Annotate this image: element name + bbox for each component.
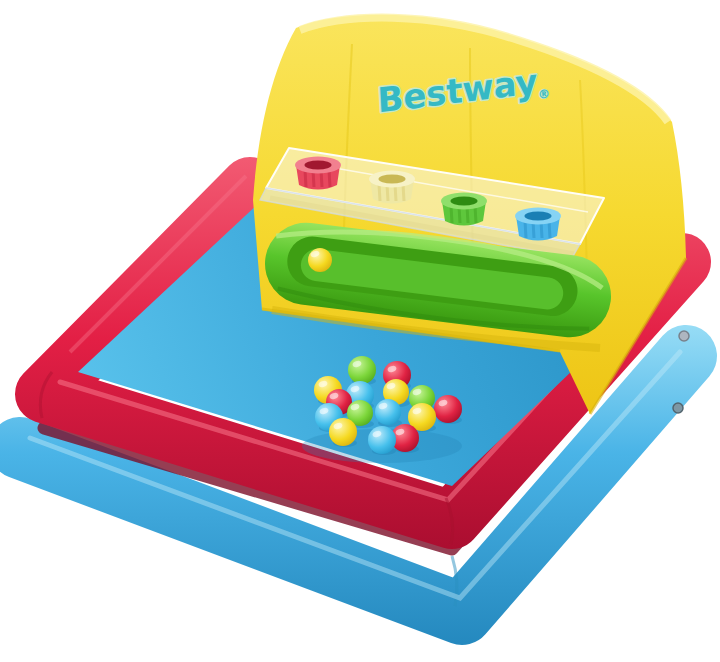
cup-opening bbox=[525, 212, 552, 221]
ramp-ball bbox=[308, 248, 332, 272]
yellow-cup bbox=[369, 171, 415, 204]
red-cup bbox=[295, 157, 341, 190]
ball-yellow bbox=[308, 248, 332, 272]
ball-blue bbox=[368, 426, 396, 454]
red-ring-valve bbox=[679, 331, 689, 341]
cup-flute bbox=[549, 221, 550, 238]
cup-opening bbox=[305, 161, 332, 170]
cup-flute bbox=[403, 184, 404, 201]
cup-flute bbox=[329, 170, 330, 187]
ball-yellow bbox=[329, 418, 357, 446]
cup-flute bbox=[525, 221, 526, 238]
ball-blue bbox=[375, 399, 401, 425]
ball-pit-pool-illustration: Bestway® bbox=[0, 0, 720, 662]
cup-opening bbox=[451, 197, 478, 206]
cup-flute bbox=[379, 184, 380, 201]
blue-ring-valve bbox=[673, 403, 683, 413]
green-cup bbox=[441, 193, 487, 226]
ball-red bbox=[434, 395, 462, 423]
blue-cup bbox=[515, 208, 561, 241]
cup-opening bbox=[379, 175, 406, 184]
ball-green bbox=[348, 356, 376, 384]
cup-flute bbox=[475, 206, 476, 223]
cup-flute bbox=[451, 206, 452, 223]
cup-flute bbox=[305, 170, 306, 187]
product-photo-stage: Bestway® bbox=[0, 0, 720, 662]
